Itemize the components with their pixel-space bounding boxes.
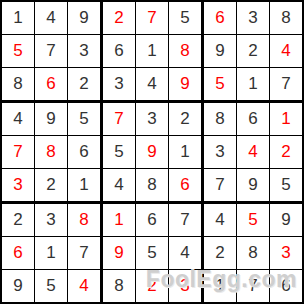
sudoku-cell-r9c8: 7: [237, 270, 270, 302]
sudoku-cell-r5c1: 7: [2, 136, 35, 169]
sudoku-cell-r6c5: 8: [136, 169, 169, 204]
sudoku-cell-r2c7: 9: [204, 35, 237, 68]
sudoku-cell-r2c1: 5: [2, 35, 35, 68]
sudoku-cell-r4c3: 5: [68, 103, 103, 136]
sudoku-cell-r9c6: 3: [169, 270, 204, 302]
sudoku-cell-r4c7: 8: [204, 103, 237, 136]
sudoku-cell-r1c2: 4: [35, 2, 68, 35]
sudoku-cell-r3c5: 4: [136, 68, 169, 103]
sudoku-cell-r3c4: 3: [103, 68, 136, 103]
sudoku-cell-r5c2: 8: [35, 136, 68, 169]
sudoku-cell-r8c2: 1: [35, 237, 68, 270]
sudoku-cell-r6c8: 9: [237, 169, 270, 204]
sudoku-cell-r7c3: 8: [68, 204, 103, 237]
sudoku-cell-r9c9: 6: [270, 270, 302, 302]
sudoku-cell-r1c9: 8: [270, 2, 302, 35]
sudoku-cell-r9c4: 8: [103, 270, 136, 302]
sudoku-cell-r7c1: 2: [2, 204, 35, 237]
sudoku-cell-r2c5: 1: [136, 35, 169, 68]
sudoku-cell-r8c9: 3: [270, 237, 302, 270]
sudoku-cell-r7c5: 6: [136, 204, 169, 237]
sudoku-cell-r2c6: 8: [169, 35, 204, 68]
sudoku-cell-r1c6: 5: [169, 2, 204, 35]
sudoku-cell-r9c7: 1: [204, 270, 237, 302]
sudoku-cell-r4c4: 7: [103, 103, 136, 136]
sudoku-cell-r6c6: 6: [169, 169, 204, 204]
sudoku-cell-r1c8: 3: [237, 2, 270, 35]
sudoku-cell-r7c8: 5: [237, 204, 270, 237]
sudoku-cell-r8c5: 5: [136, 237, 169, 270]
sudoku-cell-r4c5: 3: [136, 103, 169, 136]
sudoku-cell-r8c3: 7: [68, 237, 103, 270]
sudoku-cell-r1c1: 1: [2, 2, 35, 35]
sudoku-cell-r9c1: 9: [2, 270, 35, 302]
sudoku-cell-r3c8: 1: [237, 68, 270, 103]
sudoku-cell-r9c5: 2: [136, 270, 169, 302]
sudoku-row: 238167459: [2, 204, 302, 237]
sudoku-cell-r8c4: 9: [103, 237, 136, 270]
sudoku-cell-r2c9: 4: [270, 35, 302, 68]
sudoku-cell-r4c1: 4: [2, 103, 35, 136]
sudoku-cell-r8c6: 4: [169, 237, 204, 270]
sudoku-cell-r5c3: 6: [68, 136, 103, 169]
sudoku-row: 617954283: [2, 237, 302, 270]
sudoku-cell-r6c7: 7: [204, 169, 237, 204]
sudoku-cell-r8c7: 2: [204, 237, 237, 270]
sudoku-cell-r5c7: 3: [204, 136, 237, 169]
sudoku-cell-r9c2: 5: [35, 270, 68, 302]
sudoku-cell-r2c4: 6: [103, 35, 136, 68]
sudoku-cell-r5c5: 9: [136, 136, 169, 169]
sudoku-cell-r4c8: 6: [237, 103, 270, 136]
sudoku-row: 321486795: [2, 169, 302, 204]
sudoku-row: 954823176: [2, 270, 302, 302]
sudoku-cell-r4c9: 1: [270, 103, 302, 136]
sudoku-cell-r8c1: 6: [2, 237, 35, 270]
sudoku-cell-r8c8: 8: [237, 237, 270, 270]
sudoku-cell-r3c7: 5: [204, 68, 237, 103]
sudoku-cell-r6c3: 1: [68, 169, 103, 204]
sudoku-cell-r2c2: 7: [35, 35, 68, 68]
sudoku-row: 573618924: [2, 35, 302, 68]
sudoku-cell-r1c5: 7: [136, 2, 169, 35]
sudoku-row: 786591342: [2, 136, 302, 169]
sudoku-cell-r9c3: 4: [68, 270, 103, 302]
sudoku-cell-r1c3: 9: [68, 2, 103, 35]
sudoku-cell-r1c7: 6: [204, 2, 237, 35]
sudoku-board: 1492756385736189248623495174957328617865…: [0, 0, 304, 304]
sudoku-cell-r6c2: 2: [35, 169, 68, 204]
sudoku-cell-r3c3: 2: [68, 68, 103, 103]
sudoku-cell-r5c9: 2: [270, 136, 302, 169]
sudoku-cell-r3c2: 6: [35, 68, 68, 103]
sudoku-cell-r7c6: 7: [169, 204, 204, 237]
sudoku-cell-r3c6: 9: [169, 68, 204, 103]
sudoku-cell-r6c9: 5: [270, 169, 302, 204]
sudoku-row: 149275638: [2, 2, 302, 35]
sudoku-cell-r5c4: 5: [103, 136, 136, 169]
sudoku-cell-r3c9: 7: [270, 68, 302, 103]
sudoku-cell-r5c6: 1: [169, 136, 204, 169]
sudoku-cell-r3c1: 8: [2, 68, 35, 103]
sudoku-cell-r6c1: 3: [2, 169, 35, 204]
sudoku-cell-r7c9: 9: [270, 204, 302, 237]
sudoku-cell-r2c3: 3: [68, 35, 103, 68]
sudoku-grid: 1492756385736189248623495174957328617865…: [2, 2, 302, 302]
sudoku-cell-r4c2: 9: [35, 103, 68, 136]
sudoku-cell-r2c8: 2: [237, 35, 270, 68]
sudoku-cell-r6c4: 4: [103, 169, 136, 204]
sudoku-cell-r1c4: 2: [103, 2, 136, 35]
sudoku-cell-r7c4: 1: [103, 204, 136, 237]
sudoku-cell-r7c7: 4: [204, 204, 237, 237]
sudoku-cell-r5c8: 4: [237, 136, 270, 169]
sudoku-cell-r7c2: 3: [35, 204, 68, 237]
sudoku-row: 495732861: [2, 103, 302, 136]
sudoku-row: 862349517: [2, 68, 302, 103]
sudoku-cell-r4c6: 2: [169, 103, 204, 136]
